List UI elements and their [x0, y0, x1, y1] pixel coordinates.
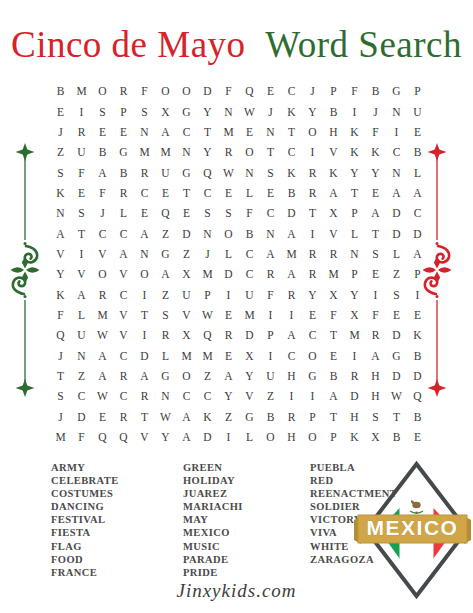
word-list-item-dancing: DANCING [51, 500, 119, 513]
grid-cell-r4c16: K [365, 142, 386, 162]
word-list-item-green: GREEN [183, 461, 243, 474]
grid-cell-r12c1: F [50, 305, 71, 325]
word-list-item-mexico: MEXICO [183, 526, 243, 539]
grid-cell-r17c6: W [155, 407, 176, 427]
grid-cell-r18c8: D [197, 427, 218, 447]
grid-cell-r14c13: O [302, 345, 323, 365]
grid-cell-r14c18: B [407, 345, 428, 365]
grid-cell-r12c14: F [323, 305, 344, 325]
word-list-item-flag: FLAG [51, 540, 119, 553]
grid-cell-r1c15: F [344, 81, 365, 101]
grid-cell-r2c14: B [323, 101, 344, 121]
grid-cell-r3c10: E [239, 122, 260, 142]
grid-cell-r16c14: A [323, 386, 344, 406]
grid-cell-r2c8: Y [197, 101, 218, 121]
grid-cell-r3c12: T [281, 122, 302, 142]
grid-cell-r7c4: L [113, 203, 134, 223]
grid-cell-r16c10: V [239, 386, 260, 406]
grid-cell-r18c14: P [323, 427, 344, 447]
grid-cell-r13c1: Q [50, 325, 71, 345]
grid-cell-r17c15: H [344, 407, 365, 427]
page-title: Cinco de Mayo Word Search [0, 22, 473, 68]
grid-cell-r6c9: E [218, 183, 239, 203]
grid-cell-r16c16: H [365, 386, 386, 406]
grid-cell-r13c10: D [239, 325, 260, 345]
grid-cell-r9c12: M [281, 244, 302, 264]
grid-cell-r10c1: Y [50, 264, 71, 284]
grid-cell-r3c9: M [218, 122, 239, 142]
grid-cell-r6c12: B [281, 183, 302, 203]
grid-cell-r12c3: M [92, 305, 113, 325]
title-word-search: Word Search [265, 24, 462, 65]
grid-cell-r12c9: E [218, 305, 239, 325]
grid-cell-r1c11: E [260, 81, 281, 101]
grid-cell-r5c12: K [281, 162, 302, 182]
grid-cell-r10c4: V [113, 264, 134, 284]
grid-cell-r15c5: A [134, 366, 155, 386]
grid-cell-r14c5: D [134, 345, 155, 365]
grid-cell-r3c2: R [71, 122, 92, 142]
grid-cell-r12c10: M [239, 305, 260, 325]
grid-cell-r12c4: V [113, 305, 134, 325]
grid-cell-r6c10: L [239, 183, 260, 203]
grid-cell-r5c13: R [302, 162, 323, 182]
word-list-item-celebrate: CELEBRATE [51, 474, 119, 487]
grid-cell-r5c7: G [176, 162, 197, 182]
grid-cell-r11c7: U [176, 284, 197, 304]
grid-cell-r16c1: S [50, 386, 71, 406]
grid-cell-r16c7: C [176, 386, 197, 406]
grid-cell-r16c6: N [155, 386, 176, 406]
grid-cell-r3c15: K [344, 122, 365, 142]
grid-cell-r3c18: E [407, 122, 428, 142]
word-list-item-mariachi: MARIACHI [183, 500, 243, 513]
grid-cell-r8c14: V [323, 223, 344, 243]
grid-cell-r18c12: H [281, 427, 302, 447]
grid-cell-r7c10: F [239, 203, 260, 223]
grid-cell-r15c1: T [50, 366, 71, 386]
grid-cell-r3c7: C [176, 122, 197, 142]
grid-cell-r5c15: Y [344, 162, 365, 182]
grid-cell-r11c6: Z [155, 284, 176, 304]
grid-cell-r10c17: Z [386, 264, 407, 284]
grid-cell-r16c12: I [281, 386, 302, 406]
grid-cell-r2c2: I [71, 101, 92, 121]
grid-cell-r11c8: P [197, 284, 218, 304]
grid-cell-r6c6: E [155, 183, 176, 203]
grid-cell-r2c12: K [281, 101, 302, 121]
grid-cell-r17c16: S [365, 407, 386, 427]
grid-cell-r13c7: X [176, 325, 197, 345]
grid-cell-r2c9: N [218, 101, 239, 121]
word-search-grid: BMORFOODFQECJPFBGPEISPSXGYNWJKYBIJNUJREE… [50, 81, 428, 447]
grid-cell-r10c5: O [134, 264, 155, 284]
grid-cell-r6c14: A [323, 183, 344, 203]
grid-cell-r18c2: F [71, 427, 92, 447]
word-list-item-parade: PARADE [183, 553, 243, 566]
grid-cell-r13c12: A [281, 325, 302, 345]
grid-cell-r3c3: E [92, 122, 113, 142]
grid-cell-r4c18: B [407, 142, 428, 162]
grid-cell-r14c2: N [71, 345, 92, 365]
grid-cell-r1c12: C [281, 81, 302, 101]
grid-cell-r6c15: T [344, 183, 365, 203]
word-list-column-2: GREENHOLIDAYJUAREZMARIACHIMAYMEXICOMUSIC… [183, 461, 243, 579]
mexico-logo: MEXICO [352, 460, 473, 600]
grid-cell-r17c4: R [113, 407, 134, 427]
grid-cell-r10c13: R [302, 264, 323, 284]
grid-cell-r3c14: H [323, 122, 344, 142]
grid-cell-r2c18: U [407, 101, 428, 121]
grid-cell-r2c13: Y [302, 101, 323, 121]
grid-cell-r11c3: R [92, 284, 113, 304]
grid-cell-r9c11: A [260, 244, 281, 264]
grid-cell-r15c17: D [386, 366, 407, 386]
grid-cell-r9c14: R [323, 244, 344, 264]
grid-cell-r16c13: I [302, 386, 323, 406]
title-cinco-de-mayo: Cinco de Mayo [11, 24, 246, 65]
grid-cell-r15c16: H [365, 366, 386, 386]
grid-cell-r15c10: Y [239, 366, 260, 386]
grid-cell-r18c11: O [260, 427, 281, 447]
grid-cell-r6c7: T [176, 183, 197, 203]
grid-cell-r9c4: A [113, 244, 134, 264]
grid-cell-r4c8: Y [197, 142, 218, 162]
grid-cell-r13c3: W [92, 325, 113, 345]
grid-cell-r4c10: O [239, 142, 260, 162]
grid-cell-r10c14: M [323, 264, 344, 284]
grid-cell-r17c2: D [71, 407, 92, 427]
grid-cell-r12c6: S [155, 305, 176, 325]
grid-cell-r8c2: T [71, 223, 92, 243]
grid-cell-r4c14: V [323, 142, 344, 162]
grid-cell-r5c14: K [323, 162, 344, 182]
grid-cell-r11c1: K [50, 284, 71, 304]
grid-cell-r15c7: O [176, 366, 197, 386]
grid-cell-r7c1: N [50, 203, 71, 223]
grid-cell-r15c9: A [218, 366, 239, 386]
grid-cell-r8c6: Z [155, 223, 176, 243]
grid-cell-r18c7: A [176, 427, 197, 447]
grid-cell-r15c15: R [344, 366, 365, 386]
grid-cell-r6c18: A [407, 183, 428, 203]
grid-cell-r6c1: K [50, 183, 71, 203]
grid-cell-r2c4: P [113, 101, 134, 121]
grid-cell-r13c13: C [302, 325, 323, 345]
grid-cell-r5c18: L [407, 162, 428, 182]
grid-cell-r5c2: F [71, 162, 92, 182]
grid-cell-r7c15: P [344, 203, 365, 223]
grid-cell-r2c1: E [50, 101, 71, 121]
grid-cell-r14c4: C [113, 345, 134, 365]
grid-cell-r17c7: A [176, 407, 197, 427]
grid-cell-r1c14: P [323, 81, 344, 101]
grid-cell-r14c7: M [176, 345, 197, 365]
grid-cell-r9c1: V [50, 244, 71, 264]
grid-cell-r7c2: S [71, 203, 92, 223]
grid-cell-r17c3: E [92, 407, 113, 427]
grid-cell-r2c11: J [260, 101, 281, 121]
grid-cell-r8c13: I [302, 223, 323, 243]
grid-cell-r2c6: X [155, 101, 176, 121]
grid-cell-r8c1: A [50, 223, 71, 243]
grid-cell-r12c16: F [365, 305, 386, 325]
grid-cell-r4c11: T [260, 142, 281, 162]
grid-cell-r6c4: R [113, 183, 134, 203]
grid-cell-r9c6: G [155, 244, 176, 264]
grid-cell-r18c10: L [239, 427, 260, 447]
grid-cell-r7c11: C [260, 203, 281, 223]
grid-cell-r10c3: O [92, 264, 113, 284]
grid-cell-r10c10: C [239, 264, 260, 284]
grid-cell-r8c10: B [239, 223, 260, 243]
grid-cell-r10c18: P [407, 264, 428, 284]
grid-cell-r3c11: N [260, 122, 281, 142]
grid-cell-r10c6: A [155, 264, 176, 284]
grid-cell-r13c4: V [113, 325, 134, 345]
grid-cell-r4c3: B [92, 142, 113, 162]
grid-cell-r10c15: P [344, 264, 365, 284]
grid-cell-r16c17: W [386, 386, 407, 406]
grid-cell-r11c18: I [407, 284, 428, 304]
word-list-item-food: FOOD [51, 553, 119, 566]
grid-cell-r12c13: E [302, 305, 323, 325]
grid-cell-r8c7: D [176, 223, 197, 243]
grid-cell-r18c5: V [134, 427, 155, 447]
grid-cell-r7c18: C [407, 203, 428, 223]
grid-cell-r14c10: X [239, 345, 260, 365]
grid-cell-r11c15: Y [344, 284, 365, 304]
grid-cell-r14c12: C [281, 345, 302, 365]
grid-cell-r18c3: Q [92, 427, 113, 447]
grid-cell-r16c15: D [344, 386, 365, 406]
grid-cell-r15c14: B [323, 366, 344, 386]
grid-cell-r12c17: E [386, 305, 407, 325]
grid-cell-r14c16: A [365, 345, 386, 365]
grid-cell-r8c8: N [197, 223, 218, 243]
grid-cell-r9c2: I [71, 244, 92, 264]
grid-cell-r17c13: P [302, 407, 323, 427]
footer-watermark: Jinxykids.com [0, 580, 473, 602]
grid-cell-r7c16: A [365, 203, 386, 223]
grid-cell-r8c12: A [281, 223, 302, 243]
grid-cell-r1c5: F [134, 81, 155, 101]
grid-cell-r13c2: U [71, 325, 92, 345]
grid-cell-r5c5: R [134, 162, 155, 182]
word-list-item-holiday: HOLIDAY [183, 474, 243, 487]
grid-cell-r15c3: A [92, 366, 113, 386]
grid-cell-r6c11: E [260, 183, 281, 203]
grid-cell-r6c16: E [365, 183, 386, 203]
grid-cell-r7c8: S [197, 203, 218, 223]
word-list-item-festival: FESTIVAL [51, 513, 119, 526]
grid-cell-r3c5: N [134, 122, 155, 142]
grid-cell-r17c1: J [50, 407, 71, 427]
grid-cell-r12c2: L [71, 305, 92, 325]
grid-cell-r1c13: J [302, 81, 323, 101]
grid-cell-r6c13: R [302, 183, 323, 203]
grid-cell-r1c10: Q [239, 81, 260, 101]
grid-cell-r14c17: G [386, 345, 407, 365]
grid-cell-r3c1: J [50, 122, 71, 142]
grid-cell-r15c13: G [302, 366, 323, 386]
grid-cell-r15c4: R [113, 366, 134, 386]
grid-cell-r18c13: O [302, 427, 323, 447]
grid-cell-r1c2: M [71, 81, 92, 101]
grid-cell-r1c6: O [155, 81, 176, 101]
grid-cell-r10c11: R [260, 264, 281, 284]
grid-cell-r2c7: G [176, 101, 197, 121]
grid-cell-r6c17: A [386, 183, 407, 203]
grid-cell-r1c1: B [50, 81, 71, 101]
grid-cell-r3c13: O [302, 122, 323, 142]
word-list-item-france: FRANCE [51, 566, 119, 579]
grid-cell-r6c3: F [92, 183, 113, 203]
grid-cell-r16c18: Q [407, 386, 428, 406]
grid-cell-r14c8: M [197, 345, 218, 365]
grid-cell-r5c8: Q [197, 162, 218, 182]
grid-cell-r6c2: E [71, 183, 92, 203]
grid-cell-r11c14: X [323, 284, 344, 304]
grid-cell-r10c12: A [281, 264, 302, 284]
grid-cell-r16c2: C [71, 386, 92, 406]
grid-cell-r15c11: U [260, 366, 281, 386]
grid-cell-r10c8: M [197, 264, 218, 284]
grid-cell-r9c8: J [197, 244, 218, 264]
grid-cell-r13c16: R [365, 325, 386, 345]
grid-cell-r9c13: R [302, 244, 323, 264]
grid-cell-r4c13: I [302, 142, 323, 162]
grid-cell-r8c17: D [386, 223, 407, 243]
grid-cell-r17c9: Z [218, 407, 239, 427]
grid-cell-r18c1: M [50, 427, 71, 447]
grid-cell-r12c12: I [281, 305, 302, 325]
grid-cell-r13c17: D [386, 325, 407, 345]
word-list-item-costumes: COSTUMES [51, 487, 119, 500]
grid-cell-r5c11: S [260, 162, 281, 182]
grid-cell-r11c5: I [134, 284, 155, 304]
grid-cell-r18c17: B [386, 427, 407, 447]
grid-cell-r14c3: A [92, 345, 113, 365]
grid-cell-r12c18: E [407, 305, 428, 325]
word-list-item-music: MUSIC [183, 540, 243, 553]
grid-cell-r7c14: X [323, 203, 344, 223]
grid-cell-r18c15: K [344, 427, 365, 447]
grid-cell-r9c5: N [134, 244, 155, 264]
grid-cell-r12c5: T [134, 305, 155, 325]
grid-cell-r15c18: D [407, 366, 428, 386]
grid-cell-r16c3: W [92, 386, 113, 406]
grid-cell-r1c7: O [176, 81, 197, 101]
grid-cell-r1c17: G [386, 81, 407, 101]
grid-cell-r3c6: A [155, 122, 176, 142]
grid-cell-r9c18: A [407, 244, 428, 264]
grid-cell-r8c16: T [365, 223, 386, 243]
grid-cell-r17c11: B [260, 407, 281, 427]
grid-cell-r9c15: N [344, 244, 365, 264]
grid-cell-r17c8: K [197, 407, 218, 427]
grid-cell-r13c14: T [323, 325, 344, 345]
grid-cell-r13c11: P [260, 325, 281, 345]
grid-cell-r10c7: X [176, 264, 197, 284]
grid-cell-r17c12: R [281, 407, 302, 427]
grid-cell-r5c3: A [92, 162, 113, 182]
grid-cell-r13c5: I [134, 325, 155, 345]
grid-cell-r10c2: V [71, 264, 92, 284]
grid-cell-r6c8: C [197, 183, 218, 203]
grid-cell-r2c3: S [92, 101, 113, 121]
grid-cell-r8c15: L [344, 223, 365, 243]
left-flourish-ornament [3, 142, 47, 398]
grid-cell-r5c17: N [386, 162, 407, 182]
grid-cell-r4c9: R [218, 142, 239, 162]
grid-cell-r8c3: C [92, 223, 113, 243]
grid-cell-r3c16: F [365, 122, 386, 142]
grid-cell-r8c11: N [260, 223, 281, 243]
grid-cell-r9c3: V [92, 244, 113, 264]
grid-cell-r13c6: R [155, 325, 176, 345]
grid-cell-r7c9: S [218, 203, 239, 223]
grid-cell-r9c17: L [386, 244, 407, 264]
grid-cell-r11c13: Y [302, 284, 323, 304]
grid-cell-r12c7: V [176, 305, 197, 325]
grid-cell-r5c6: U [155, 162, 176, 182]
grid-cell-r8c5: A [134, 223, 155, 243]
grid-cell-r18c9: I [218, 427, 239, 447]
grid-cell-r11c2: A [71, 284, 92, 304]
logo-banner: MEXICO [354, 515, 471, 544]
grid-cell-r10c9: D [218, 264, 239, 284]
grid-cell-r16c9: Y [218, 386, 239, 406]
grid-cell-r4c6: M [155, 142, 176, 162]
grid-cell-r17c14: T [323, 407, 344, 427]
grid-cell-r16c11: Z [260, 386, 281, 406]
grid-cell-r1c3: O [92, 81, 113, 101]
grid-cell-r11c11: F [260, 284, 281, 304]
word-list-item-pride: PRIDE [183, 566, 243, 579]
grid-cell-r14c1: J [50, 345, 71, 365]
grid-cell-r15c2: Z [71, 366, 92, 386]
grid-cell-r7c17: D [386, 203, 407, 223]
grid-cell-r14c11: I [260, 345, 281, 365]
grid-cell-r15c6: G [155, 366, 176, 386]
grid-cell-r13c15: M [344, 325, 365, 345]
word-list-item-may: MAY [183, 513, 243, 526]
grid-cell-r17c18: B [407, 407, 428, 427]
grid-cell-r5c10: N [239, 162, 260, 182]
grid-cell-r18c18: E [407, 427, 428, 447]
grid-cell-r11c17: S [386, 284, 407, 304]
grid-cell-r4c4: G [113, 142, 134, 162]
grid-cell-r14c9: E [218, 345, 239, 365]
grid-cell-r3c4: E [113, 122, 134, 142]
grid-cell-r4c1: Z [50, 142, 71, 162]
grid-cell-r5c16: Y [365, 162, 386, 182]
grid-cell-r5c4: B [113, 162, 134, 182]
grid-cell-r11c10: U [239, 284, 260, 304]
grid-cell-r7c5: E [134, 203, 155, 223]
grid-cell-r12c11: I [260, 305, 281, 325]
grid-cell-r18c6: Y [155, 427, 176, 447]
grid-cell-r2c17: N [386, 101, 407, 121]
grid-cell-r16c4: C [113, 386, 134, 406]
grid-cell-r8c18: D [407, 223, 428, 243]
grid-cell-r9c16: S [365, 244, 386, 264]
grid-cell-r4c7: N [176, 142, 197, 162]
grid-cell-r12c15: X [344, 305, 365, 325]
grid-cell-r18c16: X [365, 427, 386, 447]
grid-cell-r3c8: T [197, 122, 218, 142]
